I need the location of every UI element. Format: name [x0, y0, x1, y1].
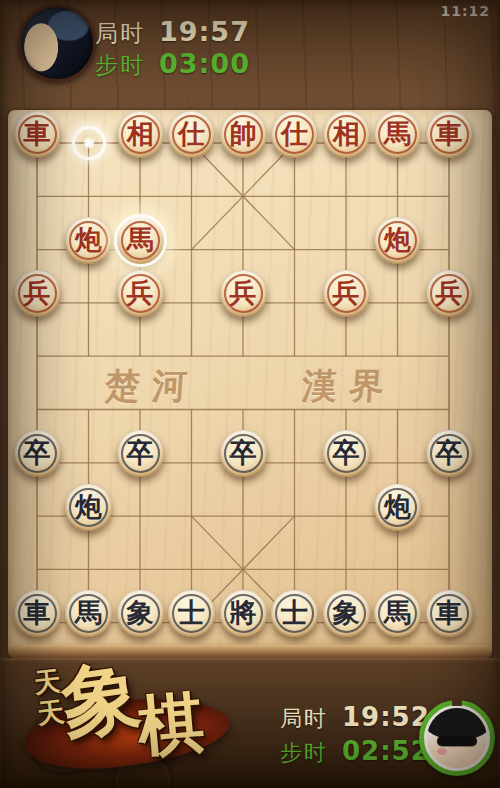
piece-character: 相	[127, 120, 154, 147]
piece-character: 卒	[24, 439, 51, 466]
piece-black-炮[interactable]: 炮	[65, 484, 112, 531]
last-move-origin-marker	[72, 126, 106, 160]
piece-red-兵[interactable]: 兵	[426, 270, 473, 317]
piece-character: 士	[281, 599, 308, 626]
piece-black-士[interactable]: 士	[271, 590, 318, 637]
logo-main-char-1: 象	[55, 643, 147, 758]
piece-black-卒[interactable]: 卒	[323, 430, 370, 477]
piece-black-車[interactable]: 車	[426, 590, 473, 637]
player-avatar[interactable]	[419, 700, 495, 776]
piece-character: 象	[127, 599, 154, 626]
piece-red-兵[interactable]: 兵	[14, 270, 61, 317]
opponent-game-timer: 局时 19:57	[95, 16, 250, 49]
piece-character: 仕	[178, 120, 205, 147]
piece-black-象[interactable]: 象	[323, 590, 370, 637]
piece-character: 兵	[230, 279, 257, 306]
piece-black-將[interactable]: 將	[220, 590, 267, 637]
player-avatar-face	[425, 706, 489, 770]
piece-black-卒[interactable]: 卒	[117, 430, 164, 477]
piece-red-車[interactable]: 車	[426, 111, 473, 158]
piece-character: 仕	[281, 120, 308, 147]
game-time-label: 局时	[95, 18, 145, 49]
xiangqi-board[interactable]: 楚河 漢界 車相仕帥仕相馬車炮馬炮兵兵兵兵兵卒卒卒卒卒炮炮車馬象士將士象馬車	[8, 110, 492, 645]
piece-red-相[interactable]: 相	[117, 111, 164, 158]
avatar-ring-notch	[452, 698, 462, 706]
piece-red-炮[interactable]: 炮	[374, 217, 421, 264]
system-clock: 11:12	[440, 3, 490, 19]
piece-character: 帥	[230, 120, 257, 147]
piece-black-卒[interactable]: 卒	[14, 430, 61, 477]
opponent-avatar[interactable]	[18, 4, 96, 82]
piece-character: 兵	[436, 279, 463, 306]
piece-character: 炮	[384, 226, 411, 253]
avatar-cheek	[437, 748, 447, 755]
piece-character: 炮	[384, 493, 411, 520]
piece-character: 士	[178, 599, 205, 626]
piece-character: 車	[24, 599, 51, 626]
piece-red-炮[interactable]: 炮	[65, 217, 112, 264]
piece-character: 象	[333, 599, 360, 626]
player-game-timer: 局时 19:52	[280, 702, 430, 734]
piece-red-仕[interactable]: 仕	[168, 111, 215, 158]
piece-character: 車	[24, 120, 51, 147]
piece-red-相[interactable]: 相	[323, 111, 370, 158]
piece-black-馬[interactable]: 馬	[65, 590, 112, 637]
app-logo: 天天 象 棋	[22, 658, 252, 788]
piece-character: 馬	[384, 599, 411, 626]
piece-red-帥[interactable]: 帥	[220, 111, 267, 158]
piece-black-卒[interactable]: 卒	[426, 430, 473, 477]
piece-red-車[interactable]: 車	[14, 111, 61, 158]
piece-black-士[interactable]: 士	[168, 590, 215, 637]
piece-character: 兵	[24, 279, 51, 306]
logo-main-char-2: 棋	[134, 677, 208, 772]
sunglasses-icon	[437, 736, 477, 746]
piece-red-兵[interactable]: 兵	[323, 270, 370, 317]
move-time-label: 步时	[280, 738, 328, 768]
piece-character: 卒	[230, 439, 257, 466]
piece-character: 兵	[127, 279, 154, 306]
piece-red-兵[interactable]: 兵	[117, 270, 164, 317]
piece-character: 將	[230, 599, 257, 626]
piece-character: 炮	[75, 226, 102, 253]
piece-layer: 車相仕帥仕相馬車炮馬炮兵兵兵兵兵卒卒卒卒卒炮炮車馬象士將士象馬車	[11, 107, 475, 640]
game-time-label: 局时	[280, 704, 328, 734]
piece-black-馬[interactable]: 馬	[374, 590, 421, 637]
game-screen: 11:12 局时 19:57 步时 03:00 楚河 漢界 車相仕帥仕相馬車炮馬…	[0, 0, 500, 788]
piece-character: 馬	[75, 599, 102, 626]
opponent-move-timer: 步时 03:00	[95, 48, 250, 81]
piece-black-炮[interactable]: 炮	[374, 484, 421, 531]
piece-black-象[interactable]: 象	[117, 590, 164, 637]
piece-character: 兵	[333, 279, 360, 306]
piece-black-卒[interactable]: 卒	[220, 430, 267, 477]
piece-character: 卒	[436, 439, 463, 466]
piece-red-馬[interactable]: 馬	[117, 217, 164, 264]
move-time-value: 02:52	[342, 736, 430, 766]
piece-character: 卒	[333, 439, 360, 466]
piece-character: 卒	[127, 439, 154, 466]
piece-red-仕[interactable]: 仕	[271, 111, 318, 158]
piece-character: 車	[436, 120, 463, 147]
piece-character: 炮	[75, 493, 102, 520]
piece-character: 相	[333, 120, 360, 147]
move-time-label: 步时	[95, 50, 145, 81]
piece-black-車[interactable]: 車	[14, 590, 61, 637]
game-time-value: 19:52	[342, 702, 430, 732]
piece-character: 馬	[127, 226, 154, 253]
player-move-timer: 步时 02:52	[280, 736, 430, 768]
piece-red-馬[interactable]: 馬	[374, 111, 421, 158]
piece-character: 馬	[384, 120, 411, 147]
piece-character: 車	[436, 599, 463, 626]
game-time-value: 19:57	[159, 16, 250, 47]
piece-red-兵[interactable]: 兵	[220, 270, 267, 317]
move-time-value: 03:00	[159, 48, 250, 79]
